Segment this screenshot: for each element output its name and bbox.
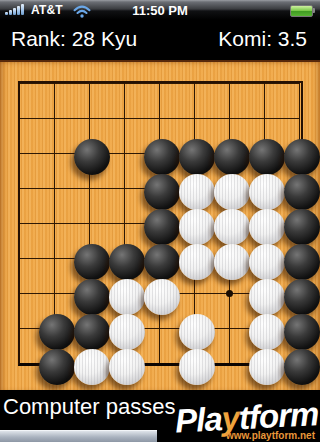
black-stone [284,244,320,280]
battery-icon [290,5,313,17]
message-bar: Computer passes Playtform www.playtform.… [0,390,320,442]
rank-label: Rank: 28 Kyu [11,27,137,51]
white-stone [249,209,285,245]
black-stone [284,349,320,385]
white-stone [179,314,215,350]
white-stone [144,279,180,315]
black-stone [214,139,250,175]
white-stone [74,349,110,385]
white-stone [214,209,250,245]
watermark-url: www.playtform.net [226,430,315,441]
toolbar-edge [0,430,157,442]
black-stone [284,174,320,210]
black-stone [144,209,180,245]
white-stone [249,314,285,350]
white-stone [214,244,250,280]
hoshi-point [226,290,233,297]
clock-label: 11:50 PM [0,3,320,18]
go-board[interactable] [0,60,320,392]
white-stone [109,349,145,385]
black-stone [39,314,75,350]
black-stone [39,349,75,385]
white-stone [179,209,215,245]
white-stone [109,279,145,315]
black-stone [144,244,180,280]
black-stone [74,314,110,350]
white-stone [214,174,250,210]
game-status-message: Computer passes [3,394,175,420]
white-stone [249,349,285,385]
black-stone [74,244,110,280]
white-stone [179,244,215,280]
white-stone [179,349,215,385]
white-stone [179,174,215,210]
komi-label: Komi: 3.5 [218,27,307,51]
black-stone [144,174,180,210]
black-stone [284,279,320,315]
white-stone [109,314,145,350]
game-info-bar: Rank: 28 Kyu Komi: 3.5 [0,20,320,60]
black-stone [249,139,285,175]
white-stone [249,174,285,210]
iphone-screen: AT&T 11:50 PM Rank: 28 Kyu Komi: 3.5 Com… [0,0,320,442]
black-stone [284,139,320,175]
black-stone [179,139,215,175]
black-stone [74,279,110,315]
white-stone [249,244,285,280]
black-stone [284,314,320,350]
black-stone [74,139,110,175]
black-stone [284,209,320,245]
black-stone [109,244,145,280]
status-bar: AT&T 11:50 PM [0,0,320,21]
white-stone [249,279,285,315]
black-stone [144,139,180,175]
